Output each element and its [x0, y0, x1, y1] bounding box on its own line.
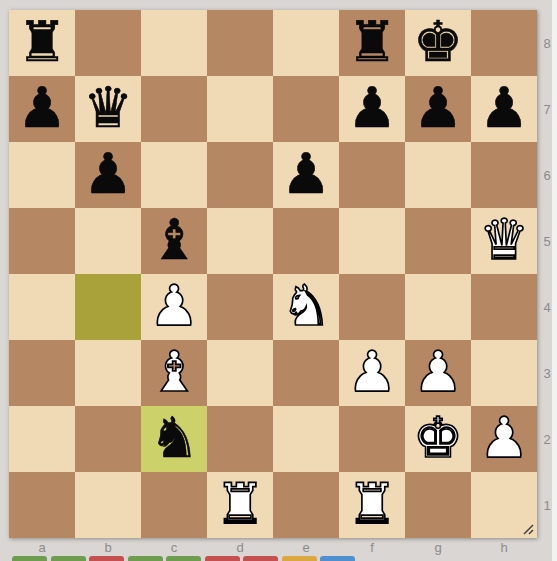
square-d8[interactable]	[207, 10, 273, 76]
square-e3[interactable]	[273, 340, 339, 406]
square-g7[interactable]: ♟	[405, 76, 471, 142]
move-quality-pill-green	[128, 556, 163, 561]
square-h7[interactable]: ♟	[471, 76, 537, 142]
rank-label-5: 5	[543, 234, 550, 249]
piece-black-pawn[interactable]: ♟	[75, 142, 141, 208]
move-quality-pill-green	[166, 556, 201, 561]
square-b3[interactable]	[75, 340, 141, 406]
square-g2[interactable]: ♚	[405, 406, 471, 472]
square-c6[interactable]	[141, 142, 207, 208]
square-h4[interactable]	[471, 274, 537, 340]
square-f2[interactable]	[339, 406, 405, 472]
piece-white-pawn[interactable]: ♟	[405, 340, 471, 406]
square-a2[interactable]	[9, 406, 75, 472]
page-right-gutter	[552, 0, 557, 561]
file-label-b: b	[104, 540, 111, 555]
square-a4[interactable]	[9, 274, 75, 340]
square-f1[interactable]: ♜	[339, 472, 405, 538]
square-c5[interactable]: ♝	[141, 208, 207, 274]
piece-black-pawn[interactable]: ♟	[9, 76, 75, 142]
square-g5[interactable]	[405, 208, 471, 274]
rank-label-8: 8	[543, 36, 550, 51]
square-g3[interactable]: ♟	[405, 340, 471, 406]
square-a6[interactable]	[9, 142, 75, 208]
move-quality-pill-blue	[320, 556, 355, 561]
square-g6[interactable]	[405, 142, 471, 208]
rank-label-3: 3	[543, 366, 550, 381]
move-quality-pill-red	[205, 556, 240, 561]
move-quality-pill-orange	[282, 556, 317, 561]
square-a5[interactable]	[9, 208, 75, 274]
square-b7[interactable]: ♛	[75, 76, 141, 142]
square-h3[interactable]	[471, 340, 537, 406]
move-quality-pill-red	[243, 556, 278, 561]
square-c1[interactable]	[141, 472, 207, 538]
square-f4[interactable]	[339, 274, 405, 340]
square-e1[interactable]	[273, 472, 339, 538]
square-a1[interactable]	[9, 472, 75, 538]
move-quality-pill-green	[51, 556, 86, 561]
move-quality-pill-green	[12, 556, 47, 561]
file-label-d: d	[236, 540, 243, 555]
square-a3[interactable]	[9, 340, 75, 406]
piece-white-bishop[interactable]: ♝	[141, 340, 207, 406]
piece-black-king[interactable]: ♚	[405, 10, 471, 76]
square-c8[interactable]	[141, 10, 207, 76]
move-quality-pill-red	[89, 556, 124, 561]
piece-black-knight[interactable]: ♞	[141, 406, 207, 472]
square-d1[interactable]: ♜	[207, 472, 273, 538]
piece-black-pawn[interactable]: ♟	[339, 76, 405, 142]
rank-label-7: 7	[543, 102, 550, 117]
file-label-a: a	[38, 540, 45, 555]
square-d2[interactable]	[207, 406, 273, 472]
square-b8[interactable]	[75, 10, 141, 76]
piece-black-queen[interactable]: ♛	[75, 76, 141, 142]
chess-board: ♜♜♚♟♛♟♟♟♟♟♝♛♟♞♝♟♟♞♚♟♜♜	[9, 10, 537, 538]
square-a8[interactable]: ♜	[9, 10, 75, 76]
square-b1[interactable]	[75, 472, 141, 538]
square-d5[interactable]	[207, 208, 273, 274]
square-d3[interactable]	[207, 340, 273, 406]
piece-white-king[interactable]: ♚	[405, 406, 471, 472]
piece-black-bishop[interactable]: ♝	[141, 208, 207, 274]
rank-label-1: 1	[543, 498, 550, 513]
piece-white-rook[interactable]: ♜	[339, 472, 405, 538]
square-e8[interactable]	[273, 10, 339, 76]
square-h2[interactable]: ♟	[471, 406, 537, 472]
file-label-h: h	[500, 540, 507, 555]
square-a7[interactable]: ♟	[9, 76, 75, 142]
square-d7[interactable]	[207, 76, 273, 142]
file-label-e: e	[302, 540, 309, 555]
piece-black-rook[interactable]: ♜	[9, 10, 75, 76]
square-d6[interactable]	[207, 142, 273, 208]
piece-black-pawn[interactable]: ♟	[405, 76, 471, 142]
piece-white-pawn[interactable]: ♟	[339, 340, 405, 406]
square-e4[interactable]: ♞	[273, 274, 339, 340]
board-resize-handle-icon[interactable]	[521, 522, 535, 536]
piece-white-knight[interactable]: ♞	[273, 274, 339, 340]
square-c4[interactable]: ♟	[141, 274, 207, 340]
square-e2[interactable]	[273, 406, 339, 472]
square-b5[interactable]	[75, 208, 141, 274]
rank-label-2: 2	[543, 432, 550, 447]
piece-white-pawn[interactable]: ♟	[141, 274, 207, 340]
square-g8[interactable]: ♚	[405, 10, 471, 76]
piece-white-rook[interactable]: ♜	[207, 472, 273, 538]
piece-white-pawn[interactable]: ♟	[471, 406, 537, 472]
square-b6[interactable]: ♟	[75, 142, 141, 208]
piece-black-rook[interactable]: ♜	[339, 10, 405, 76]
square-f5[interactable]	[339, 208, 405, 274]
rank-label-4: 4	[543, 300, 550, 315]
square-f7[interactable]: ♟	[339, 76, 405, 142]
square-c2[interactable]: ♞	[141, 406, 207, 472]
piece-black-pawn[interactable]: ♟	[471, 76, 537, 142]
square-g1[interactable]	[405, 472, 471, 538]
file-label-f: f	[370, 540, 374, 555]
file-label-g: g	[434, 540, 441, 555]
square-e7[interactable]	[273, 76, 339, 142]
rank-label-6: 6	[543, 168, 550, 183]
square-d4[interactable]	[207, 274, 273, 340]
piece-white-queen[interactable]: ♛	[471, 208, 537, 274]
square-e6[interactable]: ♟	[273, 142, 339, 208]
square-c3[interactable]: ♝	[141, 340, 207, 406]
square-g4[interactable]	[405, 274, 471, 340]
square-e5[interactable]	[273, 208, 339, 274]
square-c7[interactable]	[141, 76, 207, 142]
square-h6[interactable]	[471, 142, 537, 208]
square-f6[interactable]	[339, 142, 405, 208]
square-h8[interactable]	[471, 10, 537, 76]
piece-black-pawn[interactable]: ♟	[273, 142, 339, 208]
square-b2[interactable]	[75, 406, 141, 472]
square-b4[interactable]	[75, 274, 141, 340]
square-f3[interactable]: ♟	[339, 340, 405, 406]
file-label-c: c	[171, 540, 178, 555]
square-h5[interactable]: ♛	[471, 208, 537, 274]
square-f8[interactable]: ♜	[339, 10, 405, 76]
